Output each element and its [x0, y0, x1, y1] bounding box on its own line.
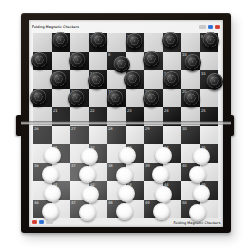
light-square: [33, 33, 52, 52]
light-square: [70, 33, 89, 52]
white-man-square-40[interactable]: [189, 166, 206, 183]
white-man-square-44[interactable]: [155, 186, 172, 203]
square-number: 47: [71, 200, 76, 204]
draughts-board: 1234567891011121314151617181920212223242…: [33, 33, 218, 218]
black-man-square-10[interactable]: [184, 54, 201, 71]
square-number: 26: [34, 126, 39, 130]
square-number: 48: [108, 200, 113, 204]
light-square: [52, 126, 71, 145]
square-number: 37: [71, 163, 76, 167]
white-man-square-32[interactable]: [81, 148, 98, 165]
light-square: [89, 126, 108, 145]
black-man-square-11[interactable]: [50, 71, 67, 88]
footer-brand-text: Folding Magnetic Checkers: [173, 220, 220, 224]
square-number: 38: [108, 163, 113, 167]
square-number: 22: [90, 108, 95, 112]
square-number: 46: [34, 200, 39, 204]
light-square: [70, 70, 89, 89]
square-number: 50: [182, 200, 187, 204]
square-29[interactable]: 29: [144, 126, 163, 145]
black-man-square-15[interactable]: [206, 73, 223, 90]
gray-mark-icon: [46, 220, 53, 224]
black-man-square-3[interactable]: [126, 33, 143, 50]
square-number: 30: [182, 126, 187, 130]
light-square: [144, 70, 163, 89]
square-number: 8: [108, 52, 110, 56]
black-man-square-17[interactable]: [68, 90, 85, 107]
square-27[interactable]: 27: [70, 126, 89, 145]
gray-mark-icon: [199, 25, 206, 29]
square-number: 39: [145, 163, 150, 167]
light-square: [181, 33, 200, 52]
board-header-strip: Folding Magnetic Checkers: [29, 20, 223, 33]
black-man-square-5[interactable]: [202, 32, 219, 49]
square-26[interactable]: 26: [33, 126, 52, 145]
black-man-square-2[interactable]: [90, 32, 107, 49]
square-number: 21: [53, 108, 58, 112]
light-square: [52, 52, 71, 71]
board-footer-strip: Folding Magnetic Checkers: [29, 217, 223, 227]
black-man-square-19[interactable]: [143, 90, 160, 107]
white-man-square-34[interactable]: [155, 147, 172, 164]
light-square: [200, 52, 219, 71]
black-man-square-1[interactable]: [52, 32, 69, 49]
black-man-square-18[interactable]: [107, 90, 124, 107]
square-number: 40: [182, 163, 187, 167]
square-number: 23: [127, 108, 132, 112]
white-man-square-36[interactable]: [42, 166, 59, 183]
blue-brand-icon: [39, 220, 44, 224]
light-square: [126, 126, 145, 145]
black-man-square-9[interactable]: [143, 51, 160, 68]
header-brand-text: Folding Magnetic Checkers: [32, 25, 79, 29]
white-man-square-37[interactable]: [79, 166, 96, 183]
light-square: [163, 52, 182, 71]
square-number: 27: [71, 126, 76, 130]
black-man-square-20[interactable]: [183, 90, 200, 107]
red-brand-icon: [32, 220, 37, 224]
light-square: [89, 89, 108, 108]
white-man-square-39[interactable]: [152, 166, 169, 183]
light-square: [33, 70, 52, 89]
white-man-square-43[interactable]: [118, 185, 135, 202]
light-square: [200, 126, 219, 145]
square-number: 25: [201, 108, 206, 112]
white-man-square-31[interactable]: [44, 147, 61, 164]
blue-brand-icon: [208, 25, 213, 29]
white-man-square-42[interactable]: [82, 186, 99, 203]
header-logos: [199, 25, 220, 29]
light-square: [163, 89, 182, 108]
light-square: [126, 89, 145, 108]
black-man-square-6[interactable]: [31, 52, 48, 69]
light-square: [163, 126, 182, 145]
square-number: 49: [145, 200, 150, 204]
square-number: 36: [34, 163, 39, 167]
light-square: [181, 70, 200, 89]
black-man-square-8[interactable]: [113, 56, 130, 73]
black-man-square-7[interactable]: [69, 52, 86, 69]
red-brand-icon: [215, 25, 220, 29]
black-man-square-16[interactable]: [30, 89, 47, 106]
square-number: 24: [164, 108, 169, 112]
square-number: 28: [108, 126, 113, 130]
white-man-square-35[interactable]: [193, 148, 210, 165]
square-28[interactable]: 28: [107, 126, 126, 145]
black-man-square-12[interactable]: [88, 72, 105, 89]
light-square: [89, 52, 108, 71]
white-man-square-45[interactable]: [193, 185, 210, 202]
white-man-square-38[interactable]: [116, 167, 133, 184]
black-man-square-4[interactable]: [162, 32, 179, 49]
light-square: [144, 33, 163, 52]
square-number: 29: [145, 126, 150, 130]
black-man-square-13[interactable]: [124, 71, 141, 88]
fold-seam: [21, 121, 231, 125]
black-man-square-14[interactable]: [163, 71, 180, 88]
light-square: [107, 33, 126, 52]
left-hinge: [16, 115, 21, 136]
light-square: [200, 89, 219, 108]
white-man-square-41[interactable]: [44, 185, 61, 202]
square-30[interactable]: 30: [181, 126, 200, 145]
white-man-square-33[interactable]: [119, 147, 136, 164]
footer-logos: [32, 220, 53, 224]
square-number: 15: [201, 71, 206, 75]
right-hinge: [229, 115, 234, 136]
